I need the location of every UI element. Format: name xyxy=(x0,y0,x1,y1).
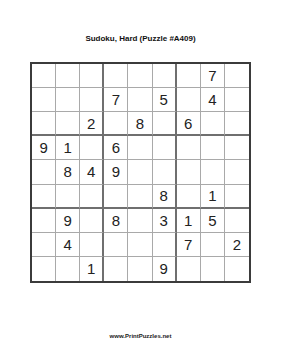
cell-r8c6 xyxy=(153,233,177,257)
cell-r9c3: 1 xyxy=(80,257,104,281)
cell-r1c2 xyxy=(56,64,80,88)
cell-r4c4: 6 xyxy=(104,136,128,160)
cell-r9c9 xyxy=(225,257,249,281)
puzzle-page: Sudoku, Hard (Puzzle #A409) 775428691684… xyxy=(0,0,281,363)
cell-r1c9 xyxy=(225,64,249,88)
cell-r3c3: 2 xyxy=(80,112,104,136)
cell-r4c3 xyxy=(80,136,104,160)
cell-r6c1 xyxy=(32,185,56,209)
cell-r2c7 xyxy=(177,88,201,112)
sudoku-board: 7754286916849819831547219 xyxy=(30,62,251,283)
cell-r6c3 xyxy=(80,185,104,209)
cell-r9c1 xyxy=(32,257,56,281)
cell-r1c4 xyxy=(104,64,128,88)
cell-r5c4: 9 xyxy=(104,160,128,184)
cell-r6c8: 1 xyxy=(201,185,225,209)
cell-r4c8 xyxy=(201,136,225,160)
cell-r8c8 xyxy=(201,233,225,257)
cell-r3c4 xyxy=(104,112,128,136)
cell-r6c9 xyxy=(225,185,249,209)
cell-r2c9 xyxy=(225,88,249,112)
cell-r4c9 xyxy=(225,136,249,160)
cell-r2c8: 4 xyxy=(201,88,225,112)
cell-r6c6: 8 xyxy=(153,185,177,209)
puzzle-title: Sudoku, Hard (Puzzle #A409) xyxy=(0,34,281,43)
cell-r9c7 xyxy=(177,257,201,281)
cell-r6c5 xyxy=(128,185,152,209)
cell-r5c6 xyxy=(153,160,177,184)
cell-r3c6 xyxy=(153,112,177,136)
cell-r3c9 xyxy=(225,112,249,136)
footer-url: www.PrintPuzzles.net xyxy=(0,333,281,339)
cell-r3c2 xyxy=(56,112,80,136)
cell-r7c4: 8 xyxy=(104,209,128,233)
cell-r1c8: 7 xyxy=(201,64,225,88)
cell-r8c7: 7 xyxy=(177,233,201,257)
cell-r9c8 xyxy=(201,257,225,281)
cell-r1c7 xyxy=(177,64,201,88)
cell-r3c5: 8 xyxy=(128,112,152,136)
cell-r6c4 xyxy=(104,185,128,209)
cell-r7c6: 3 xyxy=(153,209,177,233)
cell-r2c3 xyxy=(80,88,104,112)
cell-r4c6 xyxy=(153,136,177,160)
cell-r1c5 xyxy=(128,64,152,88)
cell-r7c3 xyxy=(80,209,104,233)
cell-r5c2: 8 xyxy=(56,160,80,184)
cell-r3c7: 6 xyxy=(177,112,201,136)
cell-r6c2 xyxy=(56,185,80,209)
cell-r5c8 xyxy=(201,160,225,184)
cell-r3c1 xyxy=(32,112,56,136)
cell-r7c9 xyxy=(225,209,249,233)
cell-r1c6 xyxy=(153,64,177,88)
cell-r5c1 xyxy=(32,160,56,184)
cell-r9c6: 9 xyxy=(153,257,177,281)
cell-r5c9 xyxy=(225,160,249,184)
cell-r7c1 xyxy=(32,209,56,233)
cell-r3c8 xyxy=(201,112,225,136)
cell-r5c5 xyxy=(128,160,152,184)
cell-r9c4 xyxy=(104,257,128,281)
cell-r4c2: 1 xyxy=(56,136,80,160)
cell-r8c4 xyxy=(104,233,128,257)
cell-r7c2: 9 xyxy=(56,209,80,233)
cell-r2c2 xyxy=(56,88,80,112)
cell-r8c9: 2 xyxy=(225,233,249,257)
cell-r7c7: 1 xyxy=(177,209,201,233)
cell-r2c1 xyxy=(32,88,56,112)
cell-r7c8: 5 xyxy=(201,209,225,233)
cell-r7c5 xyxy=(128,209,152,233)
cell-r2c5 xyxy=(128,88,152,112)
cell-r4c5 xyxy=(128,136,152,160)
cell-r2c6: 5 xyxy=(153,88,177,112)
cell-r8c5 xyxy=(128,233,152,257)
cell-r4c7 xyxy=(177,136,201,160)
cell-r2c4: 7 xyxy=(104,88,128,112)
cell-r5c3: 4 xyxy=(80,160,104,184)
cell-r9c5 xyxy=(128,257,152,281)
cell-r4c1: 9 xyxy=(32,136,56,160)
cell-r8c1 xyxy=(32,233,56,257)
cell-r6c7 xyxy=(177,185,201,209)
cell-r1c1 xyxy=(32,64,56,88)
cell-r8c2: 4 xyxy=(56,233,80,257)
cell-r9c2 xyxy=(56,257,80,281)
cell-r1c3 xyxy=(80,64,104,88)
cell-r8c3 xyxy=(80,233,104,257)
cell-r5c7 xyxy=(177,160,201,184)
